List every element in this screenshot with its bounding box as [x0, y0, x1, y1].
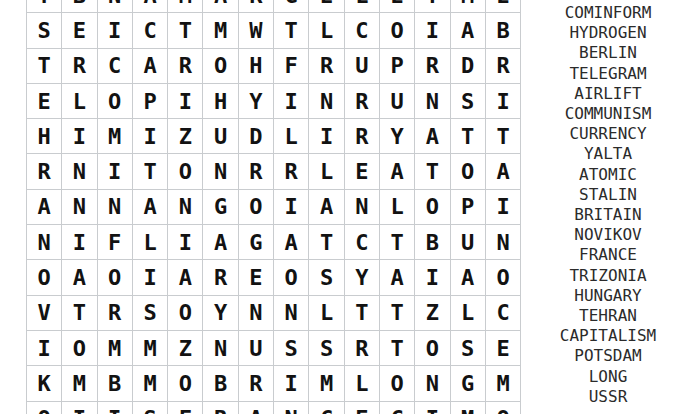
grid-cell[interactable]: N: [98, 190, 132, 224]
grid-cell[interactable]: U: [451, 225, 485, 259]
grid-cell[interactable]: U: [345, 49, 379, 83]
word-list-item: COMMUNISM: [538, 104, 678, 124]
grid-cell[interactable]: E: [486, 0, 520, 12]
grid-cell[interactable]: R: [309, 49, 343, 83]
grid-cell[interactable]: R: [98, 296, 132, 330]
grid-cell[interactable]: A: [274, 225, 308, 259]
grid-cell[interactable]: A: [451, 13, 485, 47]
grid-cell[interactable]: L: [62, 84, 96, 118]
grid-cell[interactable]: S: [274, 331, 308, 365]
grid-cell[interactable]: U: [239, 331, 273, 365]
grid-cell[interactable]: E: [345, 402, 379, 414]
grid-cell[interactable]: Y: [239, 84, 273, 118]
grid-cell[interactable]: L: [345, 0, 379, 12]
grid-cell[interactable]: O: [62, 331, 96, 365]
grid-cell[interactable]: C: [133, 13, 167, 47]
grid-cell[interactable]: F: [274, 49, 308, 83]
grid-cell[interactable]: C: [345, 13, 379, 47]
grid-cell[interactable]: N: [274, 402, 308, 414]
grid-cell[interactable]: T: [27, 49, 61, 83]
grid-cell[interactable]: O: [486, 260, 520, 294]
grid-cell[interactable]: R: [239, 154, 273, 188]
grid-cell[interactable]: K: [27, 366, 61, 400]
grid-cell[interactable]: I: [62, 402, 96, 414]
grid-cell[interactable]: H: [203, 84, 237, 118]
grid-cell[interactable]: Y: [203, 296, 237, 330]
grid-cell[interactable]: A: [451, 260, 485, 294]
word-list-item: TRIZONIA: [538, 266, 678, 286]
grid-cell[interactable]: B: [415, 225, 449, 259]
grid-cell[interactable]: S: [309, 331, 343, 365]
grid-cell[interactable]: G: [274, 0, 308, 12]
grid-cell[interactable]: I: [309, 119, 343, 153]
grid-cell[interactable]: N: [98, 0, 132, 12]
grid-cell[interactable]: M: [133, 331, 167, 365]
grid-cell[interactable]: A: [486, 154, 520, 188]
grid-cell[interactable]: R: [415, 49, 449, 83]
grid-cell[interactable]: I: [274, 84, 308, 118]
grid-cell[interactable]: T: [451, 119, 485, 153]
grid-cell[interactable]: R: [274, 154, 308, 188]
grid-cell[interactable]: A: [133, 0, 167, 12]
grid-cell[interactable]: A: [309, 190, 343, 224]
word-search-screen: TBNAMARGELETMESEICTMWTLCOIABTRCAROHFRUPR…: [0, 0, 700, 414]
grid-cell[interactable]: T: [62, 296, 96, 330]
grid-cell[interactable]: E: [486, 331, 520, 365]
grid-cell[interactable]: Z: [415, 296, 449, 330]
grid-cell[interactable]: N: [415, 366, 449, 400]
grid-cell[interactable]: I: [62, 225, 96, 259]
grid-cell[interactable]: E: [380, 0, 414, 12]
grid-cell[interactable]: L: [133, 225, 167, 259]
grid-cell[interactable]: T: [133, 154, 167, 188]
grid-cell[interactable]: R: [345, 119, 379, 153]
grid-cell[interactable]: A: [133, 49, 167, 83]
grid-cell[interactable]: N: [415, 84, 449, 118]
word-list-item: YALTA: [538, 144, 678, 164]
grid-cell[interactable]: M: [98, 331, 132, 365]
grid-cell[interactable]: E: [309, 0, 343, 12]
grid-cell[interactable]: I: [415, 402, 449, 414]
grid-cell[interactable]: M: [168, 0, 202, 12]
grid-cell[interactable]: I: [415, 260, 449, 294]
grid-cell[interactable]: R: [345, 331, 379, 365]
grid-cell[interactable]: P: [133, 84, 167, 118]
grid-cell[interactable]: M: [309, 366, 343, 400]
grid-cell[interactable]: Y: [380, 119, 414, 153]
word-list-item: POTSDAM: [538, 346, 678, 366]
grid-cell[interactable]: M: [451, 0, 485, 12]
grid-cell[interactable]: N: [309, 84, 343, 118]
grid-cell[interactable]: G: [203, 190, 237, 224]
grid-cell[interactable]: I: [274, 366, 308, 400]
grid-cell[interactable]: N: [203, 154, 237, 188]
grid-cell[interactable]: A: [380, 154, 414, 188]
grid-cell[interactable]: O: [168, 154, 202, 188]
grid-cell[interactable]: B: [62, 0, 96, 12]
word-list-item: BERLIN: [538, 43, 678, 63]
grid-cell[interactable]: B: [203, 366, 237, 400]
grid-cell[interactable]: I: [133, 119, 167, 153]
grid-cell[interactable]: N: [62, 154, 96, 188]
grid-cell[interactable]: N: [203, 331, 237, 365]
grid-cell[interactable]: H: [27, 119, 61, 153]
grid-cell[interactable]: T: [380, 331, 414, 365]
grid-cell[interactable]: I: [98, 13, 132, 47]
word-list-item: COMINFORM: [538, 3, 678, 23]
grid-cell[interactable]: O: [380, 13, 414, 47]
grid-cell[interactable]: O: [27, 402, 61, 414]
grid-cell[interactable]: T: [27, 0, 61, 12]
grid-cell[interactable]: N: [274, 296, 308, 330]
grid-cell[interactable]: N: [345, 190, 379, 224]
grid-cell[interactable]: O: [239, 190, 273, 224]
word-list-item: AIRLIFT: [538, 84, 678, 104]
grid-cell[interactable]: T: [380, 296, 414, 330]
grid-cell[interactable]: O: [380, 366, 414, 400]
word-list: COMINFORMHYDROGENBERLINTELEGRAMAIRLIFTCO…: [538, 3, 678, 407]
grid-cell[interactable]: F: [98, 225, 132, 259]
grid-cell[interactable]: A: [203, 0, 237, 12]
grid-cell[interactable]: P: [380, 49, 414, 83]
grid-cell[interactable]: L: [274, 119, 308, 153]
word-list-item: LONG: [538, 367, 678, 387]
grid-cell[interactable]: O: [274, 260, 308, 294]
grid-cell[interactable]: S: [451, 84, 485, 118]
grid-cell[interactable]: R: [203, 402, 237, 414]
grid-cell[interactable]: D: [451, 49, 485, 83]
grid-cell[interactable]: H: [239, 49, 273, 83]
grid-cell[interactable]: C: [98, 49, 132, 83]
grid-cell[interactable]: R: [62, 49, 96, 83]
word-list-item: NOVIKOV: [538, 225, 678, 245]
grid-cell[interactable]: O: [168, 296, 202, 330]
grid-cell[interactable]: A: [168, 260, 202, 294]
word-list-item: HYDROGEN: [538, 23, 678, 43]
grid-cell[interactable]: I: [98, 402, 132, 414]
word-list-item: CURRENCY: [538, 124, 678, 144]
grid-cell[interactable]: B: [98, 366, 132, 400]
grid-cell[interactable]: A: [239, 402, 273, 414]
word-list-item: USSR: [538, 387, 678, 407]
grid-cell[interactable]: T: [415, 154, 449, 188]
grid-cell[interactable]: U: [203, 119, 237, 153]
grid-cell[interactable]: A: [380, 260, 414, 294]
grid-cell[interactable]: O: [486, 402, 520, 414]
word-search-grid[interactable]: TBNAMARGELETMESEICTMWTLCOIABTRCAROHFRUPR…: [26, 0, 521, 414]
grid-cell[interactable]: T: [309, 225, 343, 259]
grid-cell[interactable]: I: [133, 260, 167, 294]
grid-cell[interactable]: G: [451, 366, 485, 400]
grid-cell[interactable]: I: [415, 13, 449, 47]
grid-cell[interactable]: O: [415, 331, 449, 365]
word-list-item: TEHRAN: [538, 306, 678, 326]
grid-cell[interactable]: O: [98, 84, 132, 118]
grid-cell[interactable]: I: [27, 331, 61, 365]
grid-cell[interactable]: C: [380, 402, 414, 414]
grid-cell[interactable]: M: [133, 366, 167, 400]
grid-cell[interactable]: O: [27, 260, 61, 294]
grid-cell[interactable]: Z: [168, 331, 202, 365]
grid-cell[interactable]: A: [203, 225, 237, 259]
word-list-item: STALIN: [538, 185, 678, 205]
grid-cell[interactable]: M: [203, 13, 237, 47]
grid-cell[interactable]: S: [451, 331, 485, 365]
grid-cell[interactable]: E: [27, 84, 61, 118]
word-list-item: ATOMIC: [538, 165, 678, 185]
grid-cell[interactable]: W: [239, 13, 273, 47]
grid-cell[interactable]: C: [486, 296, 520, 330]
grid-cell[interactable]: M: [98, 119, 132, 153]
grid-cell[interactable]: T: [415, 0, 449, 12]
grid-cell[interactable]: I: [62, 119, 96, 153]
grid-cell[interactable]: A: [415, 119, 449, 153]
grid-cell[interactable]: L: [345, 366, 379, 400]
grid-cell[interactable]: O: [415, 190, 449, 224]
grid-cell[interactable]: R: [239, 366, 273, 400]
grid-cell[interactable]: M: [486, 366, 520, 400]
grid-cell[interactable]: R: [27, 154, 61, 188]
grid-cell[interactable]: R: [203, 260, 237, 294]
grid-cell[interactable]: N: [27, 225, 61, 259]
word-list-item: HUNGARY: [538, 286, 678, 306]
grid-cell[interactable]: L: [380, 190, 414, 224]
grid-cell[interactable]: N: [62, 190, 96, 224]
grid-cell[interactable]: R: [486, 49, 520, 83]
grid-cell[interactable]: L: [451, 296, 485, 330]
grid-cell[interactable]: Y: [345, 260, 379, 294]
grid-cell[interactable]: L: [309, 13, 343, 47]
grid-cell[interactable]: N: [168, 190, 202, 224]
grid-cell[interactable]: V: [27, 296, 61, 330]
grid-cell[interactable]: O: [98, 260, 132, 294]
grid-cell[interactable]: M: [62, 366, 96, 400]
word-list-item: CAPITALISM: [538, 326, 678, 346]
grid-cell[interactable]: P: [451, 190, 485, 224]
grid-cell[interactable]: T: [345, 296, 379, 330]
grid-cell[interactable]: S: [309, 260, 343, 294]
grid-cell[interactable]: I: [274, 190, 308, 224]
grid-cell[interactable]: O: [451, 154, 485, 188]
grid-cell[interactable]: U: [380, 84, 414, 118]
grid-cell[interactable]: S: [133, 402, 167, 414]
grid-cell[interactable]: D: [239, 119, 273, 153]
grid-cell[interactable]: A: [62, 260, 96, 294]
grid-cell[interactable]: O: [168, 366, 202, 400]
grid-cell[interactable]: L: [309, 154, 343, 188]
word-list-item: BRITAIN: [538, 205, 678, 225]
grid-cell[interactable]: C: [345, 225, 379, 259]
grid-cell[interactable]: R: [168, 49, 202, 83]
grid-cell[interactable]: I: [486, 84, 520, 118]
grid-cell[interactable]: T: [274, 13, 308, 47]
word-list-item: FRANCE: [538, 245, 678, 265]
grid-cell[interactable]: N: [486, 225, 520, 259]
grid-cell[interactable]: N: [239, 296, 273, 330]
grid-cell[interactable]: R: [239, 0, 273, 12]
grid-cell[interactable]: A: [133, 190, 167, 224]
grid-cell[interactable]: E: [62, 13, 96, 47]
grid-cell[interactable]: Z: [168, 119, 202, 153]
grid-cell[interactable]: G: [239, 225, 273, 259]
grid-cell[interactable]: R: [345, 84, 379, 118]
grid-cell[interactable]: T: [486, 119, 520, 153]
grid-cell[interactable]: I: [486, 190, 520, 224]
grid-cell[interactable]: E: [345, 154, 379, 188]
grid-cell[interactable]: T: [168, 13, 202, 47]
grid-cell[interactable]: O: [203, 49, 237, 83]
grid-cell[interactable]: A: [27, 190, 61, 224]
grid-cell[interactable]: I: [98, 154, 132, 188]
grid-cell[interactable]: C: [309, 402, 343, 414]
grid-cell[interactable]: E: [239, 260, 273, 294]
grid-cell[interactable]: T: [380, 225, 414, 259]
grid-cell[interactable]: S: [133, 296, 167, 330]
grid-cell[interactable]: I: [168, 84, 202, 118]
word-list-item: TELEGRAM: [538, 64, 678, 84]
grid-cell[interactable]: B: [486, 13, 520, 47]
grid-cell[interactable]: S: [27, 13, 61, 47]
grid-cell[interactable]: I: [168, 225, 202, 259]
grid-cell[interactable]: M: [451, 402, 485, 414]
grid-cell[interactable]: F: [168, 402, 202, 414]
grid-cell[interactable]: L: [309, 296, 343, 330]
